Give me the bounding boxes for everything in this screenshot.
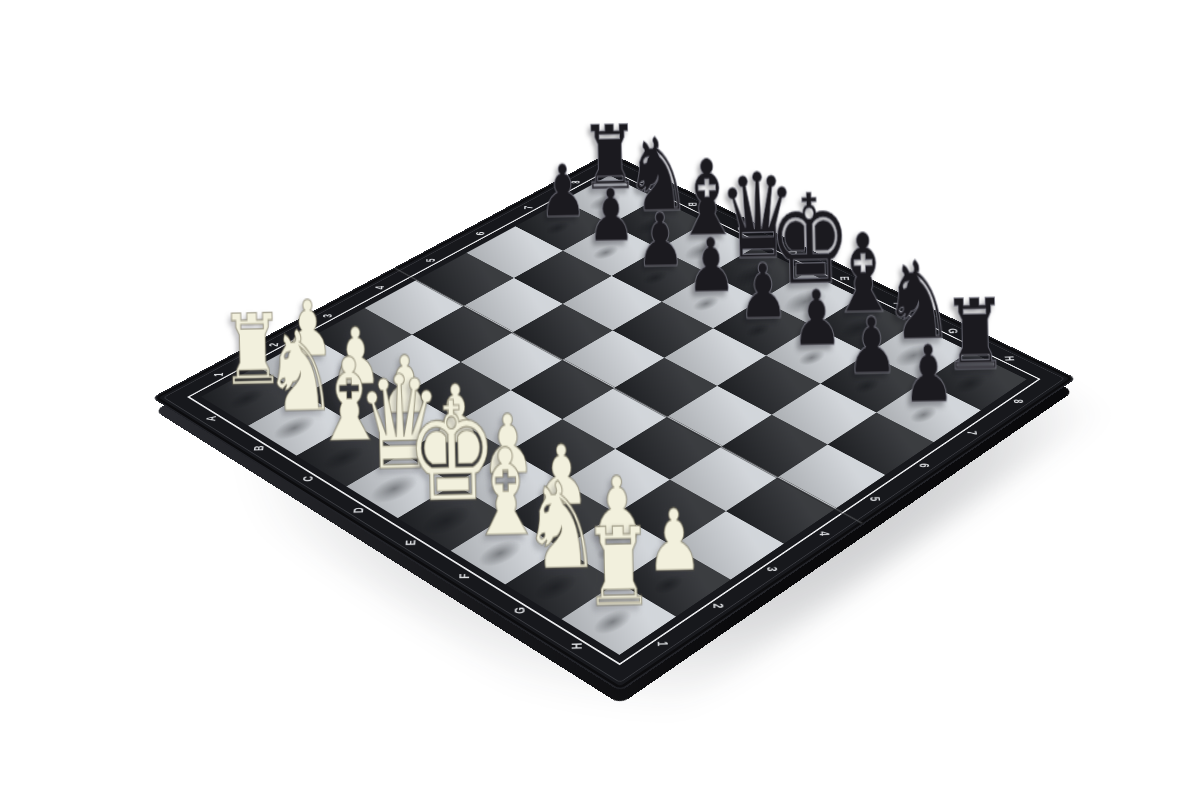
chess-board: 1122334455667788AABBCCDDEEFFGGHH♜♞♟♝♟♛♟♚… bbox=[154, 154, 1073, 690]
pawn-glyph: ♟ bbox=[790, 279, 843, 357]
pawn-glyph: ♟ bbox=[685, 227, 736, 303]
pawn-glyph: ♟ bbox=[901, 334, 955, 415]
file-label-left-b: B bbox=[252, 445, 265, 451]
rook-glyph: ♜ bbox=[581, 513, 655, 622]
file-label-left-d: D bbox=[352, 507, 365, 513]
rank-label-top-7: 7 bbox=[523, 206, 534, 209]
pawn-glyph: ♟ bbox=[737, 253, 789, 330]
pawn-glyph: ♟ bbox=[844, 306, 898, 385]
pawn-glyph: ♟ bbox=[634, 202, 685, 277]
pawn-glyph: ♟ bbox=[585, 178, 635, 252]
pawn-glyph: ♟ bbox=[538, 155, 587, 228]
scene: 1122334455667788AABBCCDDEEFFGGHH♜♞♟♝♟♛♟♚… bbox=[0, 0, 1200, 800]
file-label-left-g: G bbox=[513, 607, 526, 614]
